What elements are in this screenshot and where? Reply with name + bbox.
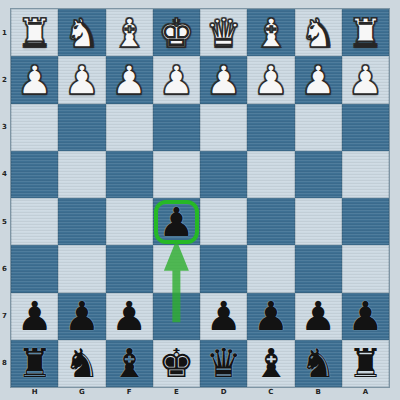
file-label-F: F xyxy=(106,387,153,397)
square-d6[interactable] xyxy=(200,245,247,292)
square-d8[interactable]: ♛ xyxy=(200,340,247,387)
piece-black-rook-h8[interactable]: ♜ xyxy=(11,340,58,387)
square-g3[interactable] xyxy=(58,104,105,151)
file-label-C: C xyxy=(247,387,294,397)
square-c2[interactable]: ♟ xyxy=(247,56,294,103)
rank-label-7: 7 xyxy=(0,293,9,340)
square-g5[interactable] xyxy=(58,198,105,245)
square-b2[interactable]: ♟ xyxy=(295,56,342,103)
square-e1[interactable]: ♚ xyxy=(153,9,200,56)
file-label-E: E xyxy=(153,387,200,397)
piece-white-bishop-c1[interactable]: ♝ xyxy=(247,9,294,56)
piece-white-pawn-g2[interactable]: ♟ xyxy=(58,56,105,103)
square-d2[interactable]: ♟ xyxy=(200,56,247,103)
piece-white-bishop-f1[interactable]: ♝ xyxy=(106,9,153,56)
piece-white-pawn-f2[interactable]: ♟ xyxy=(106,56,153,103)
piece-black-king-e8[interactable]: ♚ xyxy=(153,340,200,387)
square-f2[interactable]: ♟ xyxy=(106,56,153,103)
square-f3[interactable] xyxy=(106,104,153,151)
piece-black-pawn-d7[interactable]: ♟ xyxy=(200,293,247,340)
file-label-A: A xyxy=(342,387,389,397)
piece-black-knight-b8[interactable]: ♞ xyxy=(295,340,342,387)
square-e6[interactable] xyxy=(153,245,200,292)
square-d5[interactable] xyxy=(200,198,247,245)
file-label-G: G xyxy=(58,387,105,397)
square-g7[interactable]: ♟ xyxy=(58,293,105,340)
file-label-B: B xyxy=(295,387,342,397)
square-g1[interactable]: ♞ xyxy=(58,9,105,56)
piece-black-knight-g8[interactable]: ♞ xyxy=(58,340,105,387)
square-a1[interactable]: ♜ xyxy=(342,9,389,56)
square-a5[interactable] xyxy=(342,198,389,245)
piece-black-pawn-g7[interactable]: ♟ xyxy=(58,293,105,340)
square-e7[interactable] xyxy=(153,293,200,340)
chess-app-canvas: ♜♞♝♚♛♝♞♜♟♟♟♟♟♟♟♟♟♟♟♟♟♟♟♟♜♞♝♚♛♝♞♜ 1234567… xyxy=(0,0,400,400)
square-h5[interactable] xyxy=(11,198,58,245)
square-c6[interactable] xyxy=(247,245,294,292)
piece-black-queen-d8[interactable]: ♛ xyxy=(200,340,247,387)
square-c5[interactable] xyxy=(247,198,294,245)
square-b1[interactable]: ♞ xyxy=(295,9,342,56)
piece-black-pawn-h7[interactable]: ♟ xyxy=(11,293,58,340)
square-h7[interactable]: ♟ xyxy=(11,293,58,340)
square-g2[interactable]: ♟ xyxy=(58,56,105,103)
file-label-H: H xyxy=(11,387,58,397)
square-a6[interactable] xyxy=(342,245,389,292)
rank-label-4: 4 xyxy=(0,151,9,198)
square-f4[interactable] xyxy=(106,151,153,198)
square-b7[interactable]: ♟ xyxy=(295,293,342,340)
square-f5[interactable] xyxy=(106,198,153,245)
square-c4[interactable] xyxy=(247,151,294,198)
piece-black-pawn-f7[interactable]: ♟ xyxy=(106,293,153,340)
piece-white-rook-h1[interactable]: ♜ xyxy=(11,9,58,56)
piece-white-pawn-a2[interactable]: ♟ xyxy=(342,56,389,103)
square-a4[interactable] xyxy=(342,151,389,198)
square-c7[interactable]: ♟ xyxy=(247,293,294,340)
square-f1[interactable]: ♝ xyxy=(106,9,153,56)
square-h6[interactable] xyxy=(11,245,58,292)
square-g4[interactable] xyxy=(58,151,105,198)
square-e4[interactable] xyxy=(153,151,200,198)
square-g6[interactable] xyxy=(58,245,105,292)
piece-white-pawn-h2[interactable]: ♟ xyxy=(11,56,58,103)
square-e5[interactable]: ♟ xyxy=(153,198,200,245)
piece-black-pawn-e5[interactable]: ♟ xyxy=(153,198,200,245)
square-a3[interactable] xyxy=(342,104,389,151)
square-d4[interactable] xyxy=(200,151,247,198)
piece-white-pawn-d2[interactable]: ♟ xyxy=(200,56,247,103)
rank-label-8: 8 xyxy=(0,340,9,387)
square-h8[interactable]: ♜ xyxy=(11,340,58,387)
square-h1[interactable]: ♜ xyxy=(11,9,58,56)
square-b3[interactable] xyxy=(295,104,342,151)
square-b8[interactable]: ♞ xyxy=(295,340,342,387)
chess-board[interactable]: ♜♞♝♚♛♝♞♜♟♟♟♟♟♟♟♟♟♟♟♟♟♟♟♟♜♞♝♚♛♝♞♜ xyxy=(10,8,390,388)
square-a7[interactable]: ♟ xyxy=(342,293,389,340)
square-h4[interactable] xyxy=(11,151,58,198)
rank-label-5: 5 xyxy=(0,198,9,245)
rank-label-6: 6 xyxy=(0,245,9,292)
square-e8[interactable]: ♚ xyxy=(153,340,200,387)
rank-label-1: 1 xyxy=(0,9,9,56)
piece-white-rook-a1[interactable]: ♜ xyxy=(342,9,389,56)
square-h2[interactable]: ♟ xyxy=(11,56,58,103)
piece-white-knight-b1[interactable]: ♞ xyxy=(295,9,342,56)
square-c3[interactable] xyxy=(247,104,294,151)
square-e3[interactable] xyxy=(153,104,200,151)
piece-white-queen-d1[interactable]: ♛ xyxy=(200,9,247,56)
square-e2[interactable]: ♟ xyxy=(153,56,200,103)
piece-black-pawn-c7[interactable]: ♟ xyxy=(247,293,294,340)
piece-black-bishop-c8[interactable]: ♝ xyxy=(247,340,294,387)
piece-black-pawn-b7[interactable]: ♟ xyxy=(295,293,342,340)
square-b4[interactable] xyxy=(295,151,342,198)
file-label-D: D xyxy=(200,387,247,397)
piece-white-knight-g1[interactable]: ♞ xyxy=(58,9,105,56)
square-g8[interactable]: ♞ xyxy=(58,340,105,387)
piece-white-pawn-b2[interactable]: ♟ xyxy=(295,56,342,103)
square-d1[interactable]: ♛ xyxy=(200,9,247,56)
square-a2[interactable]: ♟ xyxy=(342,56,389,103)
square-d7[interactable]: ♟ xyxy=(200,293,247,340)
square-d3[interactable] xyxy=(200,104,247,151)
piece-black-rook-a8[interactable]: ♜ xyxy=(342,340,389,387)
piece-white-pawn-e2[interactable]: ♟ xyxy=(153,56,200,103)
square-b5[interactable] xyxy=(295,198,342,245)
square-f7[interactable]: ♟ xyxy=(106,293,153,340)
piece-white-pawn-c2[interactable]: ♟ xyxy=(247,56,294,103)
square-c8[interactable]: ♝ xyxy=(247,340,294,387)
rank-label-3: 3 xyxy=(0,104,9,151)
square-f8[interactable]: ♝ xyxy=(106,340,153,387)
square-b6[interactable] xyxy=(295,245,342,292)
square-h3[interactable] xyxy=(11,104,58,151)
square-c1[interactable]: ♝ xyxy=(247,9,294,56)
piece-white-king-e1[interactable]: ♚ xyxy=(153,9,200,56)
piece-black-bishop-f8[interactable]: ♝ xyxy=(106,340,153,387)
rank-label-2: 2 xyxy=(0,56,9,103)
square-a8[interactable]: ♜ xyxy=(342,340,389,387)
square-f6[interactable] xyxy=(106,245,153,292)
piece-black-pawn-a7[interactable]: ♟ xyxy=(342,293,389,340)
